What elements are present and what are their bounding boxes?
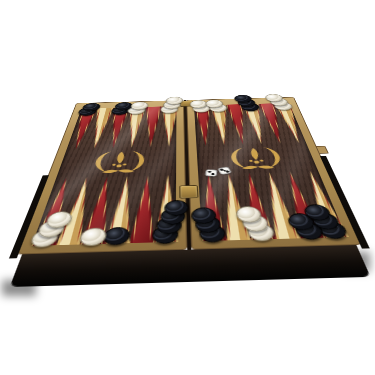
clasp	[315, 146, 328, 154]
center-ornament	[78, 149, 159, 175]
board-tilt-wrapper	[0, 0, 375, 375]
ornament-gold-motif-svg	[78, 149, 159, 175]
backgammon-board	[17, 97, 362, 254]
checker-black	[233, 94, 252, 102]
hinge-bottom	[179, 185, 198, 199]
die	[205, 169, 218, 176]
product-photo-scene	[0, 0, 375, 375]
checker-black	[191, 207, 217, 224]
